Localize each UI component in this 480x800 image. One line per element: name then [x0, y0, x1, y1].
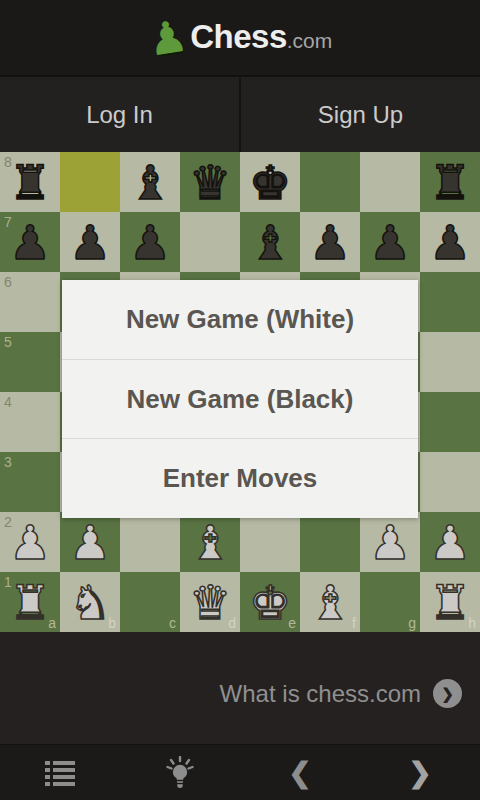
- white-pawn[interactable]: ♟: [420, 512, 480, 572]
- brand-suffix: .com: [287, 29, 333, 53]
- black-pawn[interactable]: ♟: [360, 212, 420, 272]
- white-rook[interactable]: ♜: [420, 572, 480, 632]
- new-game-white-button[interactable]: New Game (White): [62, 280, 418, 359]
- bottom-toolbar: ❮ ❯: [0, 744, 480, 800]
- square-h2[interactable]: ♟: [420, 512, 480, 572]
- black-pawn[interactable]: ♟: [420, 212, 480, 272]
- app-header: ♟ Chess .com: [0, 0, 480, 77]
- black-queen[interactable]: ♛: [180, 152, 240, 212]
- black-bishop[interactable]: ♝: [240, 212, 300, 272]
- square-f1[interactable]: f♝: [300, 572, 360, 632]
- hint-button[interactable]: [120, 745, 240, 800]
- square-f2[interactable]: [300, 512, 360, 572]
- list-icon: [45, 760, 75, 786]
- chevron-left-icon: ❮: [288, 759, 311, 787]
- lightbulb-icon: [164, 756, 196, 790]
- black-pawn[interactable]: ♟: [120, 212, 180, 272]
- chess-app-screen: ♟ Chess .com Log In Sign Up 8♜♝♛♚♜7♟♟♟♝♟…: [0, 0, 480, 800]
- info-chevron-circle-icon[interactable]: ❯: [433, 679, 462, 708]
- black-rook[interactable]: ♜: [0, 152, 60, 212]
- square-g1[interactable]: g: [360, 572, 420, 632]
- square-a5[interactable]: 5: [0, 332, 60, 392]
- new-game-dialog: New Game (White) New Game (Black) Enter …: [62, 280, 418, 518]
- square-e7[interactable]: ♝: [240, 212, 300, 272]
- square-h6[interactable]: [420, 272, 480, 332]
- white-knight[interactable]: ♞: [60, 572, 120, 632]
- footer-info-bar: What is chess.com ❯: [0, 632, 480, 745]
- chesscom-logo: ♟ Chess .com: [148, 18, 333, 58]
- square-c8[interactable]: ♝: [120, 152, 180, 212]
- square-h8[interactable]: ♜: [420, 152, 480, 212]
- chevron-right-icon: ❯: [408, 759, 431, 787]
- square-d7[interactable]: [180, 212, 240, 272]
- white-pawn[interactable]: ♟: [360, 512, 420, 572]
- square-b2[interactable]: ♟: [60, 512, 120, 572]
- move-list-button[interactable]: [0, 745, 120, 800]
- chevron-right-icon: ❯: [441, 686, 454, 701]
- black-bishop[interactable]: ♝: [120, 152, 180, 212]
- square-f7[interactable]: ♟: [300, 212, 360, 272]
- rank-label-6: 6: [4, 275, 12, 289]
- square-g7[interactable]: ♟: [360, 212, 420, 272]
- square-a8[interactable]: 8♜: [0, 152, 60, 212]
- white-king[interactable]: ♚: [240, 572, 300, 632]
- square-h4[interactable]: [420, 392, 480, 452]
- square-d1[interactable]: d♛: [180, 572, 240, 632]
- square-c2[interactable]: [120, 512, 180, 572]
- square-h3[interactable]: [420, 452, 480, 512]
- login-button[interactable]: Log In: [0, 77, 239, 152]
- square-a1[interactable]: 1a♜: [0, 572, 60, 632]
- enter-moves-button[interactable]: Enter Moves: [62, 438, 418, 518]
- new-game-black-button[interactable]: New Game (Black): [62, 359, 418, 439]
- white-bishop[interactable]: ♝: [180, 512, 240, 572]
- white-pawn[interactable]: ♟: [0, 512, 60, 572]
- signup-button[interactable]: Sign Up: [239, 77, 480, 152]
- square-h5[interactable]: [420, 332, 480, 392]
- square-e1[interactable]: e♚: [240, 572, 300, 632]
- rank-label-3: 3: [4, 455, 12, 469]
- back-button[interactable]: ❮: [240, 745, 360, 800]
- square-a6[interactable]: 6: [0, 272, 60, 332]
- square-b8[interactable]: [60, 152, 120, 212]
- square-g8[interactable]: [360, 152, 420, 212]
- brand-name: Chess: [190, 18, 287, 56]
- black-rook[interactable]: ♜: [420, 152, 480, 212]
- square-b1[interactable]: b♞: [60, 572, 120, 632]
- square-h1[interactable]: h♜: [420, 572, 480, 632]
- square-a2[interactable]: 2♟: [0, 512, 60, 572]
- green-pawn-logo-icon: ♟: [145, 15, 190, 60]
- square-d8[interactable]: ♛: [180, 152, 240, 212]
- square-a3[interactable]: 3: [0, 452, 60, 512]
- square-f8[interactable]: [300, 152, 360, 212]
- white-pawn[interactable]: ♟: [60, 512, 120, 572]
- forward-button[interactable]: ❯: [360, 745, 480, 800]
- auth-bar: Log In Sign Up: [0, 77, 480, 152]
- square-e8[interactable]: ♚: [240, 152, 300, 212]
- square-a4[interactable]: 4: [0, 392, 60, 452]
- white-rook[interactable]: ♜: [0, 572, 60, 632]
- square-b7[interactable]: ♟: [60, 212, 120, 272]
- rank-label-4: 4: [4, 395, 12, 409]
- square-a7[interactable]: 7♟: [0, 212, 60, 272]
- square-e2[interactable]: [240, 512, 300, 572]
- square-c7[interactable]: ♟: [120, 212, 180, 272]
- square-d2[interactable]: ♝: [180, 512, 240, 572]
- square-h7[interactable]: ♟: [420, 212, 480, 272]
- what-is-chesscom-link[interactable]: What is chess.com: [220, 680, 421, 708]
- white-bishop[interactable]: ♝: [300, 572, 360, 632]
- black-pawn[interactable]: ♟: [300, 212, 360, 272]
- file-label-g: g: [408, 616, 416, 630]
- black-king[interactable]: ♚: [240, 152, 300, 212]
- rank-label-5: 5: [4, 335, 12, 349]
- black-pawn[interactable]: ♟: [60, 212, 120, 272]
- square-c1[interactable]: c: [120, 572, 180, 632]
- white-queen[interactable]: ♛: [180, 572, 240, 632]
- file-label-c: c: [169, 616, 176, 630]
- black-pawn[interactable]: ♟: [0, 212, 60, 272]
- square-g2[interactable]: ♟: [360, 512, 420, 572]
